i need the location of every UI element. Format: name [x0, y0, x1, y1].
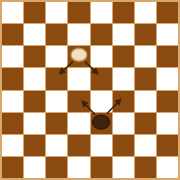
square-r3c5[interactable]	[113, 68, 134, 89]
square-r7c4[interactable]	[91, 157, 112, 178]
square-r7c3[interactable]	[68, 157, 89, 178]
square-r3c2[interactable]	[46, 68, 67, 89]
square-r5c2[interactable]	[46, 113, 67, 134]
square-r3c7[interactable]	[157, 68, 178, 89]
square-r4c0[interactable]	[2, 91, 23, 112]
square-r1c5[interactable]	[113, 24, 134, 45]
square-r1c6[interactable]	[135, 24, 156, 45]
square-r5c0[interactable]	[2, 113, 23, 134]
square-r4c6[interactable]	[135, 91, 156, 112]
square-r5c7[interactable]	[157, 113, 178, 134]
square-r1c7[interactable]	[157, 24, 178, 45]
square-r5c6[interactable]	[135, 113, 156, 134]
square-r0c1[interactable]	[24, 2, 45, 23]
square-r3c1[interactable]	[24, 68, 45, 89]
square-r7c1[interactable]	[24, 157, 45, 178]
square-r0c4[interactable]	[91, 2, 112, 23]
square-r1c1[interactable]	[24, 24, 45, 45]
white-man-piece[interactable]	[71, 48, 87, 61]
square-r2c2[interactable]	[46, 46, 67, 67]
square-r4c5[interactable]	[113, 91, 134, 112]
square-r3c0[interactable]	[2, 68, 23, 89]
checkers-diagram	[0, 0, 180, 180]
square-r3c6[interactable]	[135, 68, 156, 89]
dark-man-piece[interactable]	[93, 115, 110, 129]
square-r2c1[interactable]	[24, 46, 45, 67]
square-r6c1[interactable]	[24, 135, 45, 156]
square-r0c3[interactable]	[68, 2, 89, 23]
square-r4c4[interactable]	[91, 91, 112, 112]
square-r7c7[interactable]	[157, 157, 178, 178]
board-frame	[0, 0, 180, 180]
square-r2c6[interactable]	[135, 46, 156, 67]
square-r1c4[interactable]	[91, 24, 112, 45]
square-r5c1[interactable]	[24, 113, 45, 134]
square-r7c0[interactable]	[2, 157, 23, 178]
square-r6c3[interactable]	[68, 135, 89, 156]
square-r6c5[interactable]	[113, 135, 134, 156]
square-r0c5[interactable]	[113, 2, 134, 23]
square-r1c0[interactable]	[2, 24, 23, 45]
square-r4c7[interactable]	[157, 91, 178, 112]
square-r3c3[interactable]	[68, 68, 89, 89]
square-r7c2[interactable]	[46, 157, 67, 178]
square-r4c2[interactable]	[46, 91, 67, 112]
square-r4c1[interactable]	[24, 91, 45, 112]
square-r2c0[interactable]	[2, 46, 23, 67]
square-r2c5[interactable]	[113, 46, 134, 67]
square-r0c7[interactable]	[157, 2, 178, 23]
square-r5c5[interactable]	[113, 113, 134, 134]
square-r7c6[interactable]	[135, 157, 156, 178]
square-r2c7[interactable]	[157, 46, 178, 67]
square-r5c3[interactable]	[68, 113, 89, 134]
square-r6c6[interactable]	[135, 135, 156, 156]
square-r6c4[interactable]	[91, 135, 112, 156]
board	[2, 2, 178, 178]
square-r1c2[interactable]	[46, 24, 67, 45]
square-r2c4[interactable]	[91, 46, 112, 67]
square-r0c2[interactable]	[46, 2, 67, 23]
square-r6c0[interactable]	[2, 135, 23, 156]
square-r6c2[interactable]	[46, 135, 67, 156]
square-r4c3[interactable]	[68, 91, 89, 112]
square-r6c7[interactable]	[157, 135, 178, 156]
square-r1c3[interactable]	[68, 24, 89, 45]
square-r3c4[interactable]	[91, 68, 112, 89]
square-r0c6[interactable]	[135, 2, 156, 23]
square-r7c5[interactable]	[113, 157, 134, 178]
square-r0c0[interactable]	[2, 2, 23, 23]
